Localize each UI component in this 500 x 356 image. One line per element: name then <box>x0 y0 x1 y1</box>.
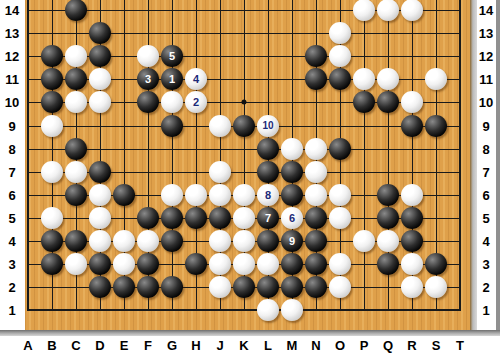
row-label-right-1: 1 <box>482 303 489 318</box>
column-label-R: R <box>407 338 416 353</box>
stone-F2[interactable] <box>137 276 159 298</box>
stone-J6[interactable] <box>209 184 231 206</box>
row-label-right-14: 14 <box>479 3 493 18</box>
window-right-edge <box>496 0 500 356</box>
stone-R14[interactable] <box>401 0 423 21</box>
stone-Q6[interactable] <box>377 184 399 206</box>
column-label-E: E <box>120 338 129 353</box>
stone-B10[interactable] <box>41 91 63 113</box>
stone-L2[interactable] <box>257 276 279 298</box>
column-label-P: P <box>360 338 369 353</box>
row-label-left-9: 9 <box>8 118 15 133</box>
stone-K6[interactable] <box>233 184 255 206</box>
column-label-J: J <box>216 338 223 353</box>
row-label-right-4: 4 <box>482 234 489 249</box>
stone-R4[interactable] <box>401 230 423 252</box>
stone-O13[interactable] <box>329 22 351 44</box>
stone-B11[interactable] <box>41 68 63 90</box>
stone-H5[interactable] <box>185 207 207 229</box>
stone-Q14[interactable] <box>377 0 399 21</box>
stone-D4[interactable] <box>89 230 111 252</box>
stone-C3[interactable] <box>65 253 87 275</box>
row-label-left-3: 3 <box>8 257 15 272</box>
stone-S2[interactable] <box>425 276 447 298</box>
stone-G4[interactable] <box>161 230 183 252</box>
stone-K5[interactable] <box>233 207 255 229</box>
row-label-right-13: 13 <box>479 26 493 41</box>
stone-O6[interactable] <box>329 184 351 206</box>
column-label-S: S <box>432 338 441 353</box>
stone-C10[interactable] <box>65 91 87 113</box>
row-label-right-6: 6 <box>482 187 489 202</box>
stone-C12[interactable] <box>65 45 87 67</box>
grid-line-horizontal <box>27 309 461 311</box>
column-label-A: A <box>23 338 32 353</box>
stone-Q3[interactable] <box>377 253 399 275</box>
stone-B5[interactable] <box>41 207 63 229</box>
stone-C11[interactable] <box>65 68 87 90</box>
stone-D11[interactable] <box>89 68 111 90</box>
stone-R6[interactable] <box>401 184 423 206</box>
column-label-Q: Q <box>383 338 393 353</box>
stone-D6[interactable] <box>89 184 111 206</box>
row-label-left-14: 14 <box>5 3 19 18</box>
column-label-G: G <box>167 338 177 353</box>
stone-Q11[interactable] <box>377 68 399 90</box>
stone-N3[interactable] <box>305 253 327 275</box>
column-label-T: T <box>456 338 464 353</box>
stone-L5-move-7[interactable]: 7 <box>257 207 279 229</box>
stone-R2[interactable] <box>401 276 423 298</box>
stone-H6[interactable] <box>185 184 207 206</box>
stone-J7[interactable] <box>209 161 231 183</box>
stone-M6[interactable] <box>281 184 303 206</box>
stone-R5[interactable] <box>401 207 423 229</box>
stone-E3[interactable] <box>113 253 135 275</box>
stone-G11-move-1[interactable]: 1 <box>161 68 183 90</box>
stone-F3[interactable] <box>137 253 159 275</box>
stone-B7[interactable] <box>41 161 63 183</box>
stone-N7[interactable] <box>305 161 327 183</box>
stone-N2[interactable] <box>305 276 327 298</box>
stone-G2[interactable] <box>161 276 183 298</box>
column-label-B: B <box>47 338 56 353</box>
stone-J4[interactable] <box>209 230 231 252</box>
stone-M5-move-6[interactable]: 6 <box>281 207 303 229</box>
stone-B9[interactable] <box>41 115 63 137</box>
column-label-K: K <box>239 338 248 353</box>
stone-F10[interactable] <box>137 91 159 113</box>
row-label-left-10: 10 <box>5 95 19 110</box>
stone-N11[interactable] <box>305 68 327 90</box>
row-label-left-5: 5 <box>8 210 15 225</box>
stone-K9[interactable] <box>233 115 255 137</box>
stone-N8[interactable] <box>305 138 327 160</box>
stone-N12[interactable] <box>305 45 327 67</box>
row-label-right-2: 2 <box>482 280 489 295</box>
stone-N4[interactable] <box>305 230 327 252</box>
stone-E2[interactable] <box>113 276 135 298</box>
column-label-O: O <box>335 338 345 353</box>
row-label-right-3: 3 <box>482 257 489 272</box>
row-label-left-8: 8 <box>8 141 15 156</box>
row-label-right-8: 8 <box>482 141 489 156</box>
stone-S9[interactable] <box>425 115 447 137</box>
stone-C7[interactable] <box>65 161 87 183</box>
stone-C4[interactable] <box>65 230 87 252</box>
row-label-left-12: 12 <box>5 49 19 64</box>
stone-L7[interactable] <box>257 161 279 183</box>
stone-R3[interactable] <box>401 253 423 275</box>
stone-E6[interactable] <box>113 184 135 206</box>
stone-M8[interactable] <box>281 138 303 160</box>
board-right-bevel <box>470 0 477 330</box>
stone-O8[interactable] <box>329 138 351 160</box>
column-label-H: H <box>191 338 200 353</box>
stone-J9[interactable] <box>209 115 231 137</box>
stone-D5[interactable] <box>89 207 111 229</box>
stone-Q5[interactable] <box>377 207 399 229</box>
stone-G5[interactable] <box>161 207 183 229</box>
row-label-left-2: 2 <box>8 280 15 295</box>
stone-Q10[interactable] <box>377 91 399 113</box>
row-label-left-1: 1 <box>8 303 15 318</box>
stone-L9-move-10[interactable]: 10 <box>257 115 279 137</box>
stone-H3[interactable] <box>185 253 207 275</box>
stone-L8[interactable] <box>257 138 279 160</box>
stone-C6[interactable] <box>65 184 87 206</box>
row-label-right-7: 7 <box>482 164 489 179</box>
row-label-left-7: 7 <box>8 164 15 179</box>
column-label-N: N <box>311 338 320 353</box>
stone-B12[interactable] <box>41 45 63 67</box>
column-label-L: L <box>264 338 272 353</box>
grid-line-horizontal <box>27 149 461 150</box>
stone-O5[interactable] <box>329 207 351 229</box>
stone-S3[interactable] <box>425 253 447 275</box>
stone-M2[interactable] <box>281 276 303 298</box>
go-board[interactable]: 53142108769 <box>25 0 470 330</box>
stone-P11[interactable] <box>353 68 375 90</box>
stone-L6-move-8[interactable]: 8 <box>257 184 279 206</box>
stone-G9[interactable] <box>161 115 183 137</box>
stone-D3[interactable] <box>89 253 111 275</box>
stone-O3[interactable] <box>329 253 351 275</box>
stone-M4-move-9[interactable]: 9 <box>281 230 303 252</box>
row-label-left-4: 4 <box>8 234 15 249</box>
stone-R10[interactable] <box>401 91 423 113</box>
row-label-left-13: 13 <box>5 26 19 41</box>
stone-P4[interactable] <box>353 230 375 252</box>
stone-K4[interactable] <box>233 230 255 252</box>
stone-R9[interactable] <box>401 115 423 137</box>
stone-H11-move-4[interactable]: 4 <box>185 68 207 90</box>
stone-O11[interactable] <box>329 68 351 90</box>
stone-F12[interactable] <box>137 45 159 67</box>
row-label-left-6: 6 <box>8 187 15 202</box>
stone-D2[interactable] <box>89 276 111 298</box>
stone-N6[interactable] <box>305 184 327 206</box>
row-label-right-10: 10 <box>479 95 493 110</box>
stone-J2[interactable] <box>209 276 231 298</box>
stone-L3[interactable] <box>257 253 279 275</box>
stone-F11-move-3[interactable]: 3 <box>137 68 159 90</box>
star-point-K10 <box>242 100 247 105</box>
column-label-D: D <box>95 338 104 353</box>
stone-P10[interactable] <box>353 91 375 113</box>
stone-J5[interactable] <box>209 207 231 229</box>
stone-D13[interactable] <box>89 22 111 44</box>
stone-G10[interactable] <box>161 91 183 113</box>
stone-G6[interactable] <box>161 184 183 206</box>
stone-N5[interactable] <box>305 207 327 229</box>
stone-H10-move-2[interactable]: 2 <box>185 91 207 113</box>
stone-O2[interactable] <box>329 276 351 298</box>
stone-D10[interactable] <box>89 91 111 113</box>
row-label-right-5: 5 <box>482 210 489 225</box>
stone-C14[interactable] <box>65 0 87 21</box>
column-label-C: C <box>71 338 80 353</box>
stone-L4[interactable] <box>257 230 279 252</box>
stone-O12[interactable] <box>329 45 351 67</box>
go-board-window: 53142108769 1414131312121111101099887766… <box>0 0 500 356</box>
row-label-right-11: 11 <box>479 72 493 87</box>
row-label-right-9: 9 <box>482 118 489 133</box>
stone-J3[interactable] <box>209 253 231 275</box>
stone-K3[interactable] <box>233 253 255 275</box>
stone-Q4[interactable] <box>377 230 399 252</box>
row-label-right-12: 12 <box>479 49 493 64</box>
stone-B3[interactable] <box>41 253 63 275</box>
stone-K2[interactable] <box>233 276 255 298</box>
stone-G12-move-5[interactable]: 5 <box>161 45 183 67</box>
row-label-left-11: 11 <box>5 72 19 87</box>
stone-D12[interactable] <box>89 45 111 67</box>
stone-S11[interactable] <box>425 68 447 90</box>
stone-B4[interactable] <box>41 230 63 252</box>
column-label-M: M <box>287 338 298 353</box>
stone-D7[interactable] <box>89 161 111 183</box>
stone-M7[interactable] <box>281 161 303 183</box>
stone-F5[interactable] <box>137 207 159 229</box>
stone-F4[interactable] <box>137 230 159 252</box>
stone-L1[interactable] <box>257 299 279 321</box>
stone-P14[interactable] <box>353 0 375 21</box>
stone-E4[interactable] <box>113 230 135 252</box>
stone-M3[interactable] <box>281 253 303 275</box>
stone-M1[interactable] <box>281 299 303 321</box>
column-label-F: F <box>144 338 152 353</box>
stone-C8[interactable] <box>65 138 87 160</box>
